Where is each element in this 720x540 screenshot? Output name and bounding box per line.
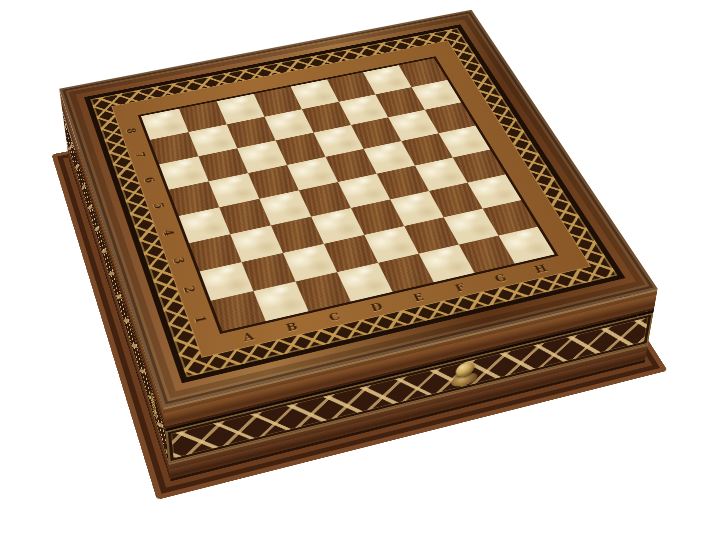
coordinate-frame: A B C D E F G H 8 7 — [111, 40, 591, 357]
perspective-scene: A B C D E F G H 8 7 — [0, 0, 720, 540]
drawer-knob[interactable] — [447, 357, 483, 391]
product-photo-stage: A B C D E F G H 8 7 — [0, 0, 720, 540]
knob-ball — [455, 360, 475, 378]
chess-box: A B C D E F G H 8 7 — [59, 10, 657, 408]
